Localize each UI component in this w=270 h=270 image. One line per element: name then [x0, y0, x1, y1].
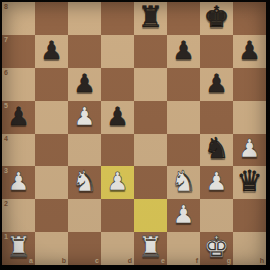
file-label-h: h [260, 257, 264, 264]
white-king[interactable]: ♚ [204, 233, 230, 262]
square-c6[interactable]: ♟ [68, 68, 101, 101]
square-g3[interactable]: ♟ [200, 166, 233, 199]
chess-board[interactable]: 8♜♚7♟♟♟6♟♟5♟♟♟4♞♟3♟♞♟♞♟♛2♟1a♜bcde♜fg♚h [2, 2, 266, 265]
square-d5[interactable]: ♟ [101, 101, 134, 134]
square-a1[interactable]: 1a♜ [2, 232, 35, 265]
rank-label-2: 2 [4, 200, 8, 207]
square-f7[interactable]: ♟ [167, 35, 200, 68]
black-pawn[interactable]: ♟ [7, 104, 29, 129]
black-pawn[interactable]: ♟ [106, 104, 128, 129]
square-h3[interactable]: ♛ [233, 166, 266, 199]
square-f1[interactable]: f [167, 232, 200, 265]
rank-label-3: 3 [4, 167, 8, 174]
square-h1[interactable]: h [233, 232, 266, 265]
square-g2[interactable] [200, 199, 233, 232]
square-a3[interactable]: 3♟ [2, 166, 35, 199]
rank-label-6: 6 [4, 69, 8, 76]
square-b6[interactable] [35, 68, 68, 101]
square-e1[interactable]: e♜ [134, 232, 167, 265]
square-e4[interactable] [134, 134, 167, 167]
square-e3[interactable] [134, 166, 167, 199]
white-pawn[interactable]: ♟ [172, 202, 194, 227]
square-e7[interactable] [134, 35, 167, 68]
file-label-d: d [128, 257, 132, 264]
square-f8[interactable] [167, 2, 200, 35]
black-pawn[interactable]: ♟ [238, 38, 260, 63]
square-g7[interactable] [200, 35, 233, 68]
square-c7[interactable] [68, 35, 101, 68]
white-knight[interactable]: ♞ [171, 167, 197, 196]
black-pawn[interactable]: ♟ [172, 38, 194, 63]
square-b7[interactable]: ♟ [35, 35, 68, 68]
square-c3[interactable]: ♞ [68, 166, 101, 199]
black-pawn[interactable]: ♟ [73, 71, 95, 96]
file-label-c: c [95, 257, 99, 264]
square-b1[interactable]: b [35, 232, 68, 265]
square-g6[interactable]: ♟ [200, 68, 233, 101]
square-c5[interactable]: ♟ [68, 101, 101, 134]
square-d7[interactable] [101, 35, 134, 68]
square-h7[interactable]: ♟ [233, 35, 266, 68]
square-d3[interactable]: ♟ [101, 166, 134, 199]
square-d4[interactable] [101, 134, 134, 167]
black-king[interactable]: ♚ [204, 3, 230, 32]
black-rook[interactable]: ♜ [138, 3, 164, 32]
square-d2[interactable] [101, 199, 134, 232]
file-label-f: f [196, 257, 198, 264]
square-c4[interactable] [68, 134, 101, 167]
rank-label-5: 5 [4, 102, 8, 109]
square-a8[interactable]: 8 [2, 2, 35, 35]
square-c1[interactable]: c [68, 232, 101, 265]
square-g4[interactable]: ♞ [200, 134, 233, 167]
rank-label-4: 4 [4, 135, 8, 142]
white-pawn[interactable]: ♟ [73, 104, 95, 129]
square-c8[interactable] [68, 2, 101, 35]
square-f2[interactable]: ♟ [167, 199, 200, 232]
black-pawn[interactable]: ♟ [40, 38, 62, 63]
square-e8[interactable]: ♜ [134, 2, 167, 35]
square-a4[interactable]: 4 [2, 134, 35, 167]
square-c2[interactable] [68, 199, 101, 232]
black-knight[interactable]: ♞ [204, 134, 230, 163]
square-b5[interactable] [35, 101, 68, 134]
square-b2[interactable] [35, 199, 68, 232]
square-h6[interactable] [233, 68, 266, 101]
square-a5[interactable]: 5♟ [2, 101, 35, 134]
square-h4[interactable]: ♟ [233, 134, 266, 167]
square-g1[interactable]: g♚ [200, 232, 233, 265]
square-a7[interactable]: 7 [2, 35, 35, 68]
square-f4[interactable] [167, 134, 200, 167]
white-pawn[interactable]: ♟ [106, 169, 128, 194]
white-knight[interactable]: ♞ [72, 167, 98, 196]
white-pawn[interactable]: ♟ [238, 136, 260, 161]
file-label-a: a [29, 257, 33, 264]
chessboard-screenshot: 8♜♚7♟♟♟6♟♟5♟♟♟4♞♟3♟♞♟♞♟♛2♟1a♜bcde♜fg♚h [0, 0, 270, 270]
white-rook[interactable]: ♜ [6, 233, 32, 262]
square-e6[interactable] [134, 68, 167, 101]
rank-label-1: 1 [4, 233, 8, 240]
square-h2[interactable] [233, 199, 266, 232]
square-g5[interactable] [200, 101, 233, 134]
square-b3[interactable] [35, 166, 68, 199]
file-label-g: g [227, 257, 231, 264]
black-queen[interactable]: ♛ [237, 167, 263, 196]
square-e5[interactable] [134, 101, 167, 134]
square-g8[interactable]: ♚ [200, 2, 233, 35]
square-e2[interactable] [134, 199, 167, 232]
rank-label-7: 7 [4, 36, 8, 43]
square-a2[interactable]: 2 [2, 199, 35, 232]
black-pawn[interactable]: ♟ [205, 71, 227, 96]
square-a6[interactable]: 6 [2, 68, 35, 101]
square-h5[interactable] [233, 101, 266, 134]
square-h8[interactable] [233, 2, 266, 35]
square-d8[interactable] [101, 2, 134, 35]
file-label-b: b [62, 257, 66, 264]
white-rook[interactable]: ♜ [138, 233, 164, 262]
file-label-e: e [161, 257, 165, 264]
square-d6[interactable] [101, 68, 134, 101]
square-f6[interactable] [167, 68, 200, 101]
square-b4[interactable] [35, 134, 68, 167]
square-f3[interactable]: ♞ [167, 166, 200, 199]
white-pawn[interactable]: ♟ [7, 169, 29, 194]
white-pawn[interactable]: ♟ [205, 169, 227, 194]
square-b8[interactable] [35, 2, 68, 35]
square-d1[interactable]: d [101, 232, 134, 265]
square-f5[interactable] [167, 101, 200, 134]
rank-label-8: 8 [4, 3, 8, 10]
